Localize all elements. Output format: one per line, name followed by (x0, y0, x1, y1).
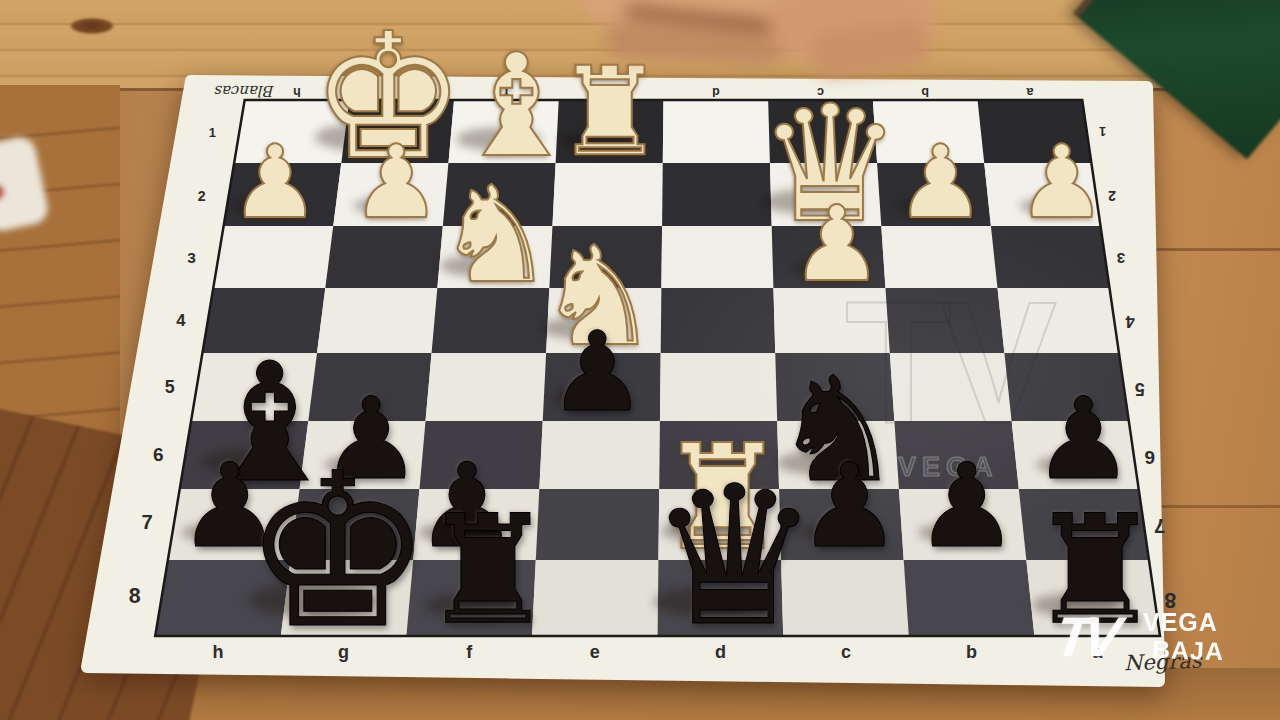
square-h4 (202, 288, 325, 353)
file-label-bottom-h: h (213, 642, 224, 662)
square-g6 (300, 421, 426, 489)
tv-logo-line1: VEGA (1143, 608, 1218, 637)
file-label-bottom-g: g (338, 642, 349, 662)
ghost-watermark-vega: VEGA (898, 452, 999, 483)
square-e6 (539, 421, 660, 489)
square-d8 (658, 560, 784, 636)
file-label-bottom-f: f (466, 642, 473, 662)
square-c8 (781, 560, 909, 636)
tv-logo-line2: BAJA (1152, 635, 1225, 666)
square-d5 (660, 353, 777, 421)
square-g3 (325, 226, 443, 288)
square-e4 (546, 288, 661, 353)
square-h1 (234, 100, 349, 163)
square-f7 (413, 489, 539, 560)
square-b7 (899, 489, 1026, 560)
file-label-top-a: a (1025, 85, 1033, 99)
square-a7 (1019, 489, 1149, 560)
rank-label-right-7: 7 (1154, 515, 1165, 537)
rank-label-left-5: 5 (165, 377, 175, 397)
rank-label-right-5: 5 (1135, 379, 1145, 399)
rank-label-left-7: 7 (141, 511, 152, 533)
square-b2 (877, 163, 991, 226)
file-label-bottom-e: e (590, 642, 600, 662)
square-e7 (536, 489, 659, 560)
rank-label-right-6: 6 (1144, 447, 1155, 468)
rank-label-left-8: 8 (129, 584, 141, 608)
rank-label-left-2: 2 (198, 188, 206, 204)
broadcast-photo-stage: hhggffeeddccbbaa1122334455667788 Blancas… (0, 0, 1280, 720)
file-label-top-h: h (293, 85, 301, 99)
ghost-watermark-tv: TV (845, 262, 1045, 463)
square-a2 (984, 163, 1100, 226)
tv-logo-watermark: TV (1051, 604, 1118, 669)
blurred-hand (555, 0, 935, 90)
board-label-blancas: Blancas (214, 82, 275, 100)
square-g5 (308, 353, 431, 421)
square-f5 (426, 353, 547, 421)
file-label-bottom-b: b (966, 642, 977, 662)
square-g4 (317, 288, 437, 353)
square-d7 (658, 489, 781, 560)
square-e2 (552, 163, 662, 226)
rank-label-left-1: 1 (209, 125, 216, 140)
square-c2 (770, 163, 881, 226)
square-f3 (437, 226, 552, 288)
square-f6 (419, 421, 542, 489)
square-e5 (543, 353, 661, 421)
square-h7 (168, 489, 300, 560)
square-h2 (224, 163, 342, 226)
file-label-bottom-d: d (715, 642, 726, 662)
square-f2 (443, 163, 556, 226)
square-g7 (291, 489, 420, 560)
square-g8 (281, 560, 413, 636)
square-e8 (532, 560, 658, 636)
file-label-top-g: g (398, 85, 406, 99)
square-g1 (341, 100, 454, 163)
square-c1 (768, 100, 877, 163)
square-f4 (432, 288, 550, 353)
square-d1 (663, 100, 770, 163)
rank-label-left-3: 3 (187, 249, 196, 266)
square-b1 (873, 100, 984, 163)
square-g2 (333, 163, 448, 226)
square-f8 (406, 560, 535, 636)
square-a1 (978, 100, 1092, 163)
rank-label-left-6: 6 (153, 444, 164, 465)
square-h8 (155, 560, 290, 636)
rank-label-left-4: 4 (176, 311, 186, 330)
square-h3 (213, 226, 333, 288)
square-e3 (549, 226, 662, 288)
square-h6 (180, 421, 309, 489)
square-c7 (779, 489, 904, 560)
square-d2 (662, 163, 772, 226)
square-d6 (659, 421, 779, 489)
file-label-bottom-c: c (841, 642, 851, 662)
square-h5 (191, 353, 317, 421)
square-e1 (556, 100, 664, 163)
rank-label-right-3: 3 (1117, 250, 1126, 267)
square-d3 (661, 226, 773, 288)
square-d4 (661, 288, 776, 353)
rank-label-right-1: 1 (1099, 124, 1106, 139)
square-f1 (448, 100, 558, 163)
rank-label-right-4: 4 (1125, 312, 1135, 331)
square-b8 (904, 560, 1035, 636)
rank-label-right-2: 2 (1108, 188, 1116, 204)
